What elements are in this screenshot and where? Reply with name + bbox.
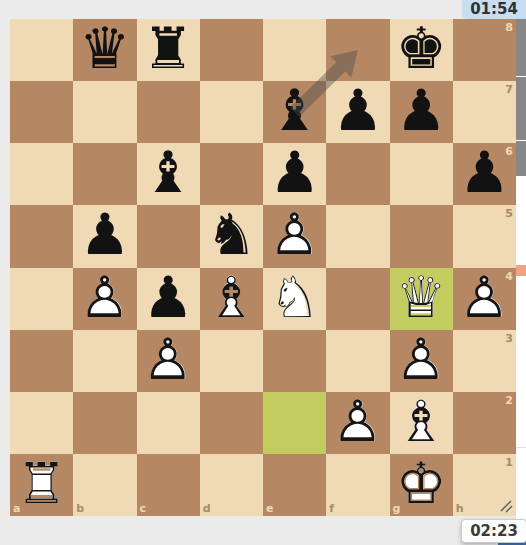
piece-glyph-outline: ♔ <box>396 455 447 512</box>
square-b6[interactable] <box>73 143 136 205</box>
piece-black-pawn[interactable]: ♟ <box>73 205 136 267</box>
side-panel-sliver <box>516 0 526 545</box>
square-g7[interactable]: ♟ <box>390 81 453 143</box>
square-d2[interactable] <box>200 392 263 454</box>
square-f7[interactable]: ♟ <box>326 81 389 143</box>
piece-black-pawn[interactable]: ♟ <box>453 143 516 205</box>
square-d4[interactable]: ♝♗ <box>200 268 263 330</box>
piece-glyph: ♟ <box>459 144 510 201</box>
piece-glyph-outline: ♙ <box>143 330 194 387</box>
rank-label-8: 8 <box>505 22 513 33</box>
piece-white-pawn[interactable]: ♟♙ <box>326 392 389 454</box>
side-panel-row <box>516 141 526 176</box>
square-h3[interactable]: 3 <box>453 330 516 392</box>
square-a6[interactable] <box>10 143 73 205</box>
square-g1[interactable]: g♚♔ <box>390 454 453 516</box>
piece-white-pawn[interactable]: ♟♙ <box>453 268 516 330</box>
piece-white-bishop[interactable]: ♝♗ <box>200 268 263 330</box>
square-h8[interactable]: 8 <box>453 19 516 81</box>
square-g8[interactable]: ♚ <box>390 19 453 81</box>
square-c8[interactable]: ♜ <box>137 19 200 81</box>
square-e8[interactable] <box>263 19 326 81</box>
piece-glyph-outline: ♘ <box>269 268 320 325</box>
file-label-e: e <box>266 503 273 514</box>
square-b4[interactable]: ♟♙ <box>73 268 136 330</box>
square-d5[interactable]: ♞ <box>200 205 263 267</box>
piece-glyph-outline: ♙ <box>269 206 320 263</box>
square-a8[interactable] <box>10 19 73 81</box>
square-e3[interactable] <box>263 330 326 392</box>
file-label-d: d <box>203 503 211 514</box>
piece-glyph-outline: ♗ <box>206 268 257 325</box>
piece-glyph: ♚ <box>396 20 447 77</box>
piece-white-pawn[interactable]: ♟♙ <box>263 205 326 267</box>
piece-glyph: ♛ <box>79 20 130 77</box>
square-g6[interactable] <box>390 143 453 205</box>
square-h2[interactable]: 2 <box>453 392 516 454</box>
piece-white-pawn[interactable]: ♟♙ <box>390 330 453 392</box>
square-b3[interactable] <box>73 330 136 392</box>
square-e4[interactable]: ♞♘ <box>263 268 326 330</box>
piece-black-pawn[interactable]: ♟ <box>390 81 453 143</box>
side-panel-row <box>516 77 526 140</box>
piece-glyph-outline: ♙ <box>332 393 383 450</box>
square-h5[interactable]: 5 <box>453 205 516 267</box>
square-c3[interactable]: ♟♙ <box>137 330 200 392</box>
piece-glyph: ♟ <box>143 268 194 325</box>
piece-glyph-outline: ♙ <box>396 330 447 387</box>
file-label-b: b <box>76 503 84 514</box>
piece-black-pawn[interactable]: ♟ <box>263 143 326 205</box>
square-c5[interactable] <box>137 205 200 267</box>
piece-black-bishop[interactable]: ♝ <box>137 143 200 205</box>
square-b2[interactable] <box>73 392 136 454</box>
square-a2[interactable] <box>10 392 73 454</box>
file-label-c: c <box>140 503 147 514</box>
side-panel-row <box>516 19 526 76</box>
piece-glyph: ♜ <box>143 20 194 77</box>
rank-label-3: 3 <box>505 333 513 344</box>
rank-label-1: 1 <box>505 457 513 468</box>
square-c4[interactable]: ♟ <box>137 268 200 330</box>
piece-glyph-outline: ♙ <box>459 268 510 325</box>
square-d3[interactable] <box>200 330 263 392</box>
piece-black-pawn[interactable]: ♟ <box>326 81 389 143</box>
square-a4[interactable] <box>10 268 73 330</box>
square-c7[interactable] <box>137 81 200 143</box>
square-h4[interactable]: 4♟♙ <box>453 268 516 330</box>
rank-label-5: 5 <box>505 208 513 219</box>
piece-white-rook[interactable]: ♜♖ <box>10 454 73 516</box>
piece-glyph: ♞ <box>206 206 257 263</box>
square-f2[interactable]: ♟♙ <box>326 392 389 454</box>
board-resize-handle[interactable] <box>498 498 514 514</box>
piece-glyph-outline: ♖ <box>16 455 67 512</box>
piece-black-bishop[interactable]: ♝ <box>263 81 326 143</box>
rank-label-2: 2 <box>505 395 513 406</box>
square-c1[interactable]: c <box>137 454 200 516</box>
square-g3[interactable]: ♟♙ <box>390 330 453 392</box>
square-b5[interactable]: ♟ <box>73 205 136 267</box>
square-a1[interactable]: a♜♖ <box>10 454 73 516</box>
square-a3[interactable] <box>10 330 73 392</box>
piece-glyph: ♟ <box>269 144 320 201</box>
piece-glyph-outline: ♗ <box>396 393 447 450</box>
square-f3[interactable] <box>326 330 389 392</box>
rank-label-7: 7 <box>505 84 513 95</box>
square-d7[interactable] <box>200 81 263 143</box>
piece-black-queen[interactable]: ♛ <box>73 19 136 81</box>
square-d1[interactable]: d <box>200 454 263 516</box>
piece-white-pawn[interactable]: ♟♙ <box>137 330 200 392</box>
square-h6[interactable]: 6♟ <box>453 143 516 205</box>
square-e2[interactable] <box>263 392 326 454</box>
square-g5[interactable] <box>390 205 453 267</box>
clock-top: 01:54 <box>462 0 526 19</box>
square-c6[interactable]: ♝ <box>137 143 200 205</box>
square-a7[interactable] <box>10 81 73 143</box>
piece-black-knight[interactable]: ♞ <box>200 205 263 267</box>
chess-board[interactable]: ♛♜♚8♝♟♟7♝♟6♟♟♞♟♙5♟♙♟♝♗♞♘♛♕4♟♙♟♙♟♙3♟♙♝♗2a… <box>10 19 516 516</box>
square-f6[interactable] <box>326 143 389 205</box>
square-f5[interactable] <box>326 205 389 267</box>
side-panel-divider <box>516 447 526 448</box>
piece-white-knight[interactable]: ♞♘ <box>263 268 326 330</box>
piece-white-king[interactable]: ♚♔ <box>390 454 453 516</box>
square-g4[interactable]: ♛♕ <box>390 268 453 330</box>
square-f1[interactable]: f <box>326 454 389 516</box>
square-b8[interactable]: ♛ <box>73 19 136 81</box>
square-e5[interactable]: ♟♙ <box>263 205 326 267</box>
square-a5[interactable] <box>10 205 73 267</box>
square-e1[interactable]: e <box>263 454 326 516</box>
square-e7[interactable]: ♝ <box>263 81 326 143</box>
piece-black-rook[interactable]: ♜ <box>137 19 200 81</box>
clock-bottom: 02:23 <box>461 519 526 543</box>
piece-white-bishop[interactable]: ♝♗ <box>390 392 453 454</box>
square-g2[interactable]: ♝♗ <box>390 392 453 454</box>
square-b7[interactable] <box>73 81 136 143</box>
piece-white-pawn[interactable]: ♟♙ <box>73 268 136 330</box>
piece-glyph: ♝ <box>143 144 194 201</box>
piece-glyph: ♟ <box>396 82 447 139</box>
file-label-f: f <box>329 503 334 514</box>
piece-glyph: ♝ <box>269 82 320 139</box>
square-f4[interactable] <box>326 268 389 330</box>
square-c2[interactable] <box>137 392 200 454</box>
square-d8[interactable] <box>200 19 263 81</box>
piece-glyph: ♟ <box>332 82 383 139</box>
square-b1[interactable]: b <box>73 454 136 516</box>
piece-white-queen[interactable]: ♛♕ <box>390 268 453 330</box>
square-d6[interactable] <box>200 143 263 205</box>
square-f8[interactable] <box>326 19 389 81</box>
piece-black-king[interactable]: ♚ <box>390 19 453 81</box>
side-panel-accent <box>516 265 526 276</box>
file-label-h: h <box>456 503 464 514</box>
square-e6[interactable]: ♟ <box>263 143 326 205</box>
piece-glyph: ♟ <box>79 206 130 263</box>
piece-glyph-outline: ♙ <box>79 268 130 325</box>
square-h7[interactable]: 7 <box>453 81 516 143</box>
piece-black-pawn[interactable]: ♟ <box>137 268 200 330</box>
piece-glyph-outline: ♕ <box>396 268 447 325</box>
